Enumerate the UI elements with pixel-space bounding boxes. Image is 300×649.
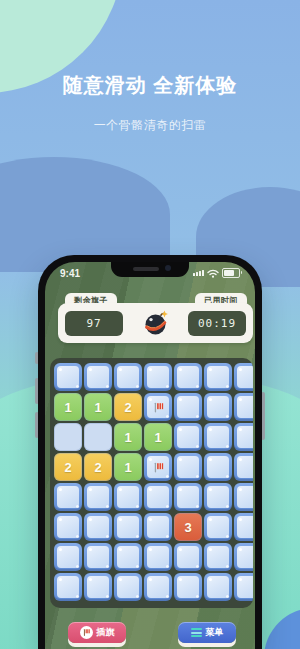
signal-icon (193, 270, 204, 276)
hero-subtitle: 一个骨骼清奇的扫雷 (0, 117, 300, 134)
cell-r6c3[interactable] (114, 513, 142, 541)
hero-title: 随意滑动 全新体验 (0, 72, 300, 99)
cell-r5c2[interactable] (84, 483, 112, 511)
cell-r3c3[interactable]: 1 (114, 423, 142, 451)
cell-r7c2[interactable] (84, 543, 112, 571)
cell-r7c3[interactable] (114, 543, 142, 571)
phone-notch (111, 262, 189, 277)
cell-r8c3[interactable] (114, 573, 142, 601)
game-screen: 9:41 剩余旗子 已 (45, 262, 255, 649)
cell-r3c1[interactable] (54, 423, 82, 451)
front-camera-dot (165, 265, 171, 271)
menu-icon (191, 628, 202, 637)
cell-r6c7[interactable] (234, 513, 253, 541)
mine-grid: 112112213 (54, 363, 249, 601)
cell-r8c5[interactable] (174, 573, 202, 601)
cell-r8c7[interactable] (234, 573, 253, 601)
cell-r5c3[interactable] (114, 483, 142, 511)
cell-r1c5[interactable] (174, 363, 202, 391)
cell-r7c5[interactable] (174, 543, 202, 571)
cell-r4c2[interactable]: 2 (84, 453, 112, 481)
flag-icon (80, 626, 93, 639)
phone-mockup: 9:41 剩余旗子 已 (38, 255, 262, 649)
cell-r1c6[interactable] (204, 363, 232, 391)
menu-label: 菜单 (206, 626, 224, 639)
cell-r2c6[interactable] (204, 393, 232, 421)
cell-r7c1[interactable] (54, 543, 82, 571)
cell-r8c1[interactable] (54, 573, 82, 601)
cell-r5c5[interactable] (174, 483, 202, 511)
speaker-grille (133, 267, 159, 271)
cell-r4c4[interactable] (144, 453, 172, 481)
cell-r1c7[interactable] (234, 363, 253, 391)
cell-r5c6[interactable] (204, 483, 232, 511)
cell-r4c6[interactable] (204, 453, 232, 481)
cell-r6c1[interactable] (54, 513, 82, 541)
cell-r5c7[interactable] (234, 483, 253, 511)
battery-icon (222, 268, 240, 278)
cell-r1c2[interactable] (84, 363, 112, 391)
plant-flag-label: 插旗 (97, 626, 115, 639)
cell-r3c6[interactable] (204, 423, 232, 451)
cell-r1c3[interactable] (114, 363, 142, 391)
cell-r6c6[interactable] (204, 513, 232, 541)
cell-r4c7[interactable] (234, 453, 253, 481)
cell-r7c6[interactable] (204, 543, 232, 571)
cell-r5c4[interactable] (144, 483, 172, 511)
elapsed-time-value: 00:19 (188, 311, 246, 336)
flags-remaining-value: 97 (65, 311, 123, 336)
minesweeper-board: 112112213 (50, 358, 253, 608)
cell-r3c2[interactable] (84, 423, 112, 451)
status-time: 9:41 (60, 268, 80, 279)
cell-r8c6[interactable] (204, 573, 232, 601)
cell-r7c4[interactable] (144, 543, 172, 571)
bomb-icon (144, 310, 169, 336)
wifi-icon (207, 269, 219, 278)
cell-r2c1[interactable]: 1 (54, 393, 82, 421)
cell-r3c4[interactable]: 1 (144, 423, 172, 451)
menu-button[interactable]: 菜单 (178, 622, 236, 643)
cell-r8c2[interactable] (84, 573, 112, 601)
cell-r1c4[interactable] (144, 363, 172, 391)
cell-r3c7[interactable] (234, 423, 253, 451)
cell-r2c3[interactable]: 2 (114, 393, 142, 421)
cell-r2c5[interactable] (174, 393, 202, 421)
cell-r2c2[interactable]: 1 (84, 393, 112, 421)
hud-panel-area: 剩余旗子 已用时间 97 00:19 (58, 303, 253, 343)
cell-r1c1[interactable] (54, 363, 82, 391)
cell-r2c4[interactable] (144, 393, 172, 421)
cell-r4c1[interactable]: 2 (54, 453, 82, 481)
cell-r6c4[interactable] (144, 513, 172, 541)
cell-r7c7[interactable] (234, 543, 253, 571)
cell-r6c5[interactable]: 3 (174, 513, 202, 541)
cell-r8c4[interactable] (144, 573, 172, 601)
plant-flag-button[interactable]: 插旗 (68, 622, 126, 643)
cell-r5c1[interactable] (54, 483, 82, 511)
cell-r6c2[interactable] (84, 513, 112, 541)
cell-r3c5[interactable] (174, 423, 202, 451)
cell-r2c7[interactable] (234, 393, 253, 421)
app-store-screenshot: 随意滑动 全新体验 一个骨骼清奇的扫雷 9:41 (0, 0, 300, 649)
cell-r4c3[interactable]: 1 (114, 453, 142, 481)
cell-r4c5[interactable] (174, 453, 202, 481)
